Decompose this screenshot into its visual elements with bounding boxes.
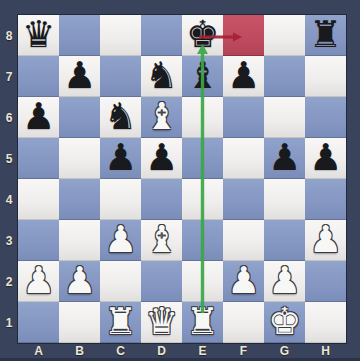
square-h6[interactable] — [305, 97, 346, 138]
piece-white-pawn-b2[interactable]: ♟ — [63, 262, 96, 299]
piece-white-bishop-d6[interactable]: ♝ — [145, 98, 178, 135]
piece-black-rook-h8[interactable]: ♜ — [309, 16, 342, 53]
piece-white-rook-e1[interactable]: ♜ — [186, 303, 219, 340]
square-h2[interactable] — [305, 261, 346, 302]
square-d6[interactable]: ♝ — [141, 97, 182, 138]
square-f2[interactable]: ♟ — [223, 261, 264, 302]
square-b7[interactable]: ♟ — [59, 56, 100, 97]
chess-board[interactable]: ♛♚♜♟♞♝♟♟♞♝♟♟♟♟♟♝♟♟♟♟♟♜♛♜♚ — [18, 15, 346, 343]
piece-white-queen-d1[interactable]: ♛ — [145, 303, 178, 340]
square-h8[interactable]: ♜ — [305, 15, 346, 56]
piece-white-king-g1[interactable]: ♚ — [268, 303, 301, 340]
square-b4[interactable] — [59, 179, 100, 220]
square-g8[interactable] — [264, 15, 305, 56]
chess-board-window: 87654321 ♛♚♜♟♞♝♟♟♞♝♟♟♟♟♟♝♟♟♟♟♟♜♛♜♚ ABCDE… — [0, 0, 360, 361]
rank-label-8: 8 — [0, 15, 18, 56]
square-g3[interactable] — [264, 220, 305, 261]
square-g6[interactable] — [264, 97, 305, 138]
square-a4[interactable] — [18, 179, 59, 220]
square-h1[interactable] — [305, 302, 346, 343]
rank-label-5: 5 — [0, 138, 18, 179]
square-d7[interactable]: ♞ — [141, 56, 182, 97]
piece-black-pawn-c5[interactable]: ♟ — [104, 139, 137, 176]
rank-labels: 87654321 — [0, 15, 18, 343]
square-h7[interactable] — [305, 56, 346, 97]
square-b6[interactable] — [59, 97, 100, 138]
piece-white-pawn-g2[interactable]: ♟ — [268, 262, 301, 299]
square-a7[interactable] — [18, 56, 59, 97]
square-g7[interactable] — [264, 56, 305, 97]
square-c1[interactable]: ♜ — [100, 302, 141, 343]
square-c5[interactable]: ♟ — [100, 138, 141, 179]
square-e2[interactable] — [182, 261, 223, 302]
rank-label-7: 7 — [0, 56, 18, 97]
square-b2[interactable]: ♟ — [59, 261, 100, 302]
square-a6[interactable]: ♟ — [18, 97, 59, 138]
piece-white-pawn-f2[interactable]: ♟ — [227, 262, 260, 299]
file-labels: ABCDEFGH — [18, 343, 346, 358]
piece-white-bishop-d3[interactable]: ♝ — [145, 221, 178, 258]
square-e7[interactable]: ♝ — [182, 56, 223, 97]
piece-black-pawn-a6[interactable]: ♟ — [22, 98, 55, 135]
square-d8[interactable] — [141, 15, 182, 56]
square-f6[interactable] — [223, 97, 264, 138]
piece-black-king-e8[interactable]: ♚ — [186, 16, 219, 53]
piece-white-rook-c1[interactable]: ♜ — [104, 303, 137, 340]
square-c6[interactable]: ♞ — [100, 97, 141, 138]
square-c4[interactable] — [100, 179, 141, 220]
square-f5[interactable] — [223, 138, 264, 179]
square-f8[interactable] — [223, 15, 264, 56]
square-h4[interactable] — [305, 179, 346, 220]
piece-black-bishop-e7[interactable]: ♝ — [186, 57, 219, 94]
rank-label-3: 3 — [0, 220, 18, 261]
file-label-f: F — [223, 343, 264, 358]
square-d5[interactable]: ♟ — [141, 138, 182, 179]
square-f4[interactable] — [223, 179, 264, 220]
square-f1[interactable] — [223, 302, 264, 343]
rank-label-6: 6 — [0, 97, 18, 138]
piece-black-pawn-h5[interactable]: ♟ — [309, 139, 342, 176]
piece-black-knight-c6[interactable]: ♞ — [104, 98, 137, 135]
square-e8[interactable]: ♚ — [182, 15, 223, 56]
square-g4[interactable] — [264, 179, 305, 220]
square-b1[interactable] — [59, 302, 100, 343]
square-c7[interactable] — [100, 56, 141, 97]
square-b8[interactable] — [59, 15, 100, 56]
square-h3[interactable]: ♟ — [305, 220, 346, 261]
piece-white-pawn-c3[interactable]: ♟ — [104, 221, 137, 258]
square-d2[interactable] — [141, 261, 182, 302]
square-a1[interactable] — [18, 302, 59, 343]
square-e1[interactable]: ♜ — [182, 302, 223, 343]
square-f3[interactable] — [223, 220, 264, 261]
square-a3[interactable] — [18, 220, 59, 261]
square-e6[interactable] — [182, 97, 223, 138]
file-label-d: D — [141, 343, 182, 358]
square-d1[interactable]: ♛ — [141, 302, 182, 343]
square-g2[interactable]: ♟ — [264, 261, 305, 302]
piece-black-knight-d7[interactable]: ♞ — [145, 57, 178, 94]
square-a2[interactable]: ♟ — [18, 261, 59, 302]
square-a5[interactable] — [18, 138, 59, 179]
piece-black-pawn-f7[interactable]: ♟ — [227, 57, 260, 94]
square-c3[interactable]: ♟ — [100, 220, 141, 261]
rank-label-1: 1 — [0, 302, 18, 343]
piece-black-pawn-d5[interactable]: ♟ — [145, 139, 178, 176]
square-e5[interactable] — [182, 138, 223, 179]
piece-white-pawn-h3[interactable]: ♟ — [309, 221, 342, 258]
file-label-a: A — [18, 343, 59, 358]
square-c8[interactable] — [100, 15, 141, 56]
piece-white-pawn-a2[interactable]: ♟ — [22, 262, 55, 299]
piece-black-queen-a8[interactable]: ♛ — [22, 16, 55, 53]
piece-black-pawn-b7[interactable]: ♟ — [63, 57, 96, 94]
file-label-c: C — [100, 343, 141, 358]
piece-black-pawn-g5[interactable]: ♟ — [268, 139, 301, 176]
square-f7[interactable]: ♟ — [223, 56, 264, 97]
square-b5[interactable] — [59, 138, 100, 179]
rank-label-2: 2 — [0, 261, 18, 302]
square-a8[interactable]: ♛ — [18, 15, 59, 56]
file-label-e: E — [182, 343, 223, 358]
square-b3[interactable] — [59, 220, 100, 261]
square-d3[interactable]: ♝ — [141, 220, 182, 261]
square-e3[interactable] — [182, 220, 223, 261]
file-label-b: B — [59, 343, 100, 358]
file-label-g: G — [264, 343, 305, 358]
square-d4[interactable] — [141, 179, 182, 220]
square-e4[interactable] — [182, 179, 223, 220]
square-g1[interactable]: ♚ — [264, 302, 305, 343]
file-label-h: H — [305, 343, 346, 358]
square-h5[interactable]: ♟ — [305, 138, 346, 179]
rank-label-4: 4 — [0, 179, 18, 220]
square-c2[interactable] — [100, 261, 141, 302]
square-g5[interactable]: ♟ — [264, 138, 305, 179]
